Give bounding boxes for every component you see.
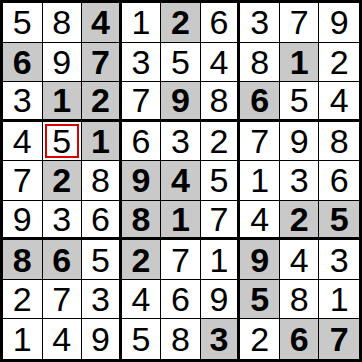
cell-r8c2[interactable]: 7 (43, 280, 83, 320)
digit-r8c7: 5 (250, 282, 269, 316)
digit-r1c3: 4 (91, 5, 110, 39)
digit-r1c4: 1 (131, 5, 150, 39)
digit-r2c5: 5 (171, 45, 190, 79)
cell-r1c2[interactable]: 8 (43, 3, 83, 43)
digit-r5c7: 1 (250, 163, 269, 197)
digit-r2c3: 7 (91, 45, 110, 79)
cell-r5c9[interactable]: 6 (319, 161, 359, 201)
cell-r3c4[interactable]: 7 (122, 82, 162, 122)
digit-r4c9: 8 (330, 124, 349, 158)
sudoku-board: 5841263796973548123127986544516327987289… (0, 0, 362, 362)
digit-r8c4: 4 (131, 282, 150, 316)
digit-r1c9: 9 (330, 5, 349, 39)
digit-r2c7: 8 (250, 45, 269, 79)
digit-r1c2: 8 (52, 5, 71, 39)
cell-r8c6[interactable]: 9 (201, 280, 241, 320)
digit-r7c6: 1 (210, 243, 229, 277)
cell-r3c1[interactable]: 3 (3, 82, 43, 122)
cell-r3c9[interactable]: 4 (319, 82, 359, 122)
cell-r9c6[interactable]: 3 (201, 319, 241, 359)
cell-r9c3[interactable]: 9 (82, 319, 122, 359)
cell-r7c8[interactable]: 4 (280, 240, 320, 280)
digit-r3c4: 7 (131, 83, 150, 117)
digit-r7c5: 7 (171, 243, 190, 277)
cell-r3c3[interactable]: 2 (82, 82, 122, 122)
digit-r4c7: 7 (250, 124, 269, 158)
cell-r2c3[interactable]: 7 (82, 43, 122, 83)
digit-r3c1: 3 (13, 83, 32, 117)
digit-r8c2: 7 (52, 282, 71, 316)
cell-r2c4[interactable]: 3 (122, 43, 162, 83)
cell-r9c9[interactable]: 7 (319, 319, 359, 359)
cell-r2c9[interactable]: 2 (319, 43, 359, 83)
cell-r3c7[interactable]: 6 (240, 82, 280, 122)
digit-r4c2: 5 (52, 124, 71, 158)
cell-r4c4[interactable]: 6 (122, 122, 162, 162)
cell-r5c8[interactable]: 3 (280, 161, 320, 201)
digit-r4c6: 2 (210, 124, 229, 158)
cell-r9c8[interactable]: 6 (280, 319, 320, 359)
cell-r4c3[interactable]: 1 (82, 122, 122, 162)
cell-r1c8[interactable]: 7 (280, 3, 320, 43)
digit-r7c3: 5 (91, 243, 110, 277)
digit-r9c2: 4 (52, 322, 71, 356)
digit-r3c2: 1 (52, 83, 71, 117)
cell-r3c5[interactable]: 9 (161, 82, 201, 122)
digit-r5c8: 3 (290, 163, 309, 197)
cell-r2c6[interactable]: 4 (201, 43, 241, 83)
digit-r8c1: 2 (13, 282, 32, 316)
cell-r7c3[interactable]: 5 (82, 240, 122, 280)
cell-r4c5[interactable]: 3 (161, 122, 201, 162)
cell-r1c9[interactable]: 9 (319, 3, 359, 43)
cell-r1c3[interactable]: 4 (82, 3, 122, 43)
cell-r9c4[interactable]: 5 (122, 319, 162, 359)
digit-r2c1: 6 (13, 45, 32, 79)
cell-r5c4[interactable]: 9 (122, 161, 162, 201)
digit-r6c2: 3 (52, 202, 71, 236)
cell-r2c2[interactable]: 9 (43, 43, 83, 83)
digit-r1c6: 6 (210, 5, 229, 39)
digit-r9c9: 7 (330, 322, 349, 356)
cell-r3c6[interactable]: 8 (201, 82, 241, 122)
digit-r9c8: 6 (290, 322, 309, 356)
cell-r2c1[interactable]: 6 (3, 43, 43, 83)
cell-r4c2[interactable]: 5 (43, 122, 83, 162)
digit-r7c8: 4 (290, 243, 309, 277)
digit-r4c3: 1 (91, 124, 110, 158)
digit-r2c8: 1 (290, 45, 309, 79)
digit-r8c5: 6 (171, 282, 190, 316)
cell-r1c1[interactable]: 5 (3, 3, 43, 43)
digit-r3c5: 9 (171, 83, 190, 117)
cell-r6c8[interactable]: 2 (280, 201, 320, 241)
digit-r5c4: 9 (131, 163, 150, 197)
cell-r7c6[interactable]: 1 (201, 240, 241, 280)
digit-r6c5: 1 (171, 202, 190, 236)
digit-r6c1: 9 (13, 202, 32, 236)
cell-r5c5[interactable]: 4 (161, 161, 201, 201)
cell-r6c6[interactable]: 7 (201, 201, 241, 241)
cell-r5c6[interactable]: 5 (201, 161, 241, 201)
cell-r8c4[interactable]: 4 (122, 280, 162, 320)
cell-r6c2[interactable]: 3 (43, 201, 83, 241)
cell-r4c1[interactable]: 4 (3, 122, 43, 162)
cell-r4c6[interactable]: 2 (201, 122, 241, 162)
cell-r8c8[interactable]: 8 (280, 280, 320, 320)
cell-r1c4[interactable]: 1 (122, 3, 162, 43)
digit-r1c1: 5 (13, 5, 32, 39)
digit-r2c2: 9 (52, 45, 71, 79)
digit-r2c4: 3 (131, 45, 150, 79)
cell-r2c7[interactable]: 8 (240, 43, 280, 83)
digit-r7c2: 6 (52, 243, 71, 277)
cell-r7c7[interactable]: 9 (240, 240, 280, 280)
cell-r4c8[interactable]: 9 (280, 122, 320, 162)
digit-r7c1: 8 (13, 243, 32, 277)
digit-r6c8: 2 (290, 202, 309, 236)
cell-r9c1[interactable]: 1 (3, 319, 43, 359)
digit-r9c7: 2 (250, 322, 269, 356)
cell-r6c7[interactable]: 4 (240, 201, 280, 241)
digit-r7c7: 9 (250, 243, 269, 277)
digit-r9c3: 9 (91, 322, 110, 356)
digit-r5c3: 8 (91, 163, 110, 197)
cell-r6c4[interactable]: 8 (122, 201, 162, 241)
cell-r6c9[interactable]: 5 (319, 201, 359, 241)
cell-r9c5[interactable]: 8 (161, 319, 201, 359)
digit-r3c7: 6 (250, 83, 269, 117)
digit-r5c2: 2 (52, 163, 71, 197)
digit-r9c4: 5 (131, 322, 150, 356)
cell-r9c2[interactable]: 4 (43, 319, 83, 359)
digit-r1c5: 2 (171, 5, 190, 39)
cell-r2c5[interactable]: 5 (161, 43, 201, 83)
digit-r4c4: 6 (131, 124, 150, 158)
digit-r4c8: 9 (290, 124, 309, 158)
cell-r8c7[interactable]: 5 (240, 280, 280, 320)
cell-r3c2[interactable]: 1 (43, 82, 83, 122)
cell-r8c5[interactable]: 6 (161, 280, 201, 320)
cell-r8c1[interactable]: 2 (3, 280, 43, 320)
cell-r1c5[interactable]: 2 (161, 3, 201, 43)
digit-r7c4: 2 (131, 243, 150, 277)
digit-r8c3: 3 (91, 282, 110, 316)
cell-r5c7[interactable]: 1 (240, 161, 280, 201)
digit-r5c9: 6 (330, 163, 349, 197)
cell-r5c3[interactable]: 8 (82, 161, 122, 201)
digit-r3c3: 2 (91, 83, 110, 117)
cell-r5c2[interactable]: 2 (43, 161, 83, 201)
digit-r2c9: 2 (330, 45, 349, 79)
digit-r5c1: 7 (13, 163, 32, 197)
digit-r3c8: 5 (290, 83, 309, 117)
digit-r6c6: 7 (210, 202, 229, 236)
digit-r8c6: 9 (210, 282, 229, 316)
cell-r7c1[interactable]: 8 (3, 240, 43, 280)
cell-r4c9[interactable]: 8 (319, 122, 359, 162)
cell-r7c2[interactable]: 6 (43, 240, 83, 280)
digit-r3c9: 4 (330, 83, 349, 117)
cell-r3c8[interactable]: 5 (280, 82, 320, 122)
cell-r2c8[interactable]: 1 (280, 43, 320, 83)
cell-r1c6[interactable]: 6 (201, 3, 241, 43)
cell-r7c4[interactable]: 2 (122, 240, 162, 280)
digit-r7c9: 3 (330, 243, 349, 277)
digit-r3c6: 8 (210, 83, 229, 117)
digit-r6c4: 8 (131, 202, 150, 236)
digit-r2c6: 4 (210, 45, 229, 79)
digit-r4c1: 4 (13, 124, 32, 158)
digit-r9c6: 3 (210, 322, 229, 356)
digit-r9c5: 8 (171, 322, 190, 356)
cell-r7c5[interactable]: 7 (161, 240, 201, 280)
cell-r9c7[interactable]: 2 (240, 319, 280, 359)
digit-r1c7: 3 (250, 5, 269, 39)
digit-r8c9: 1 (330, 282, 349, 316)
digit-r6c3: 6 (91, 202, 110, 236)
digit-r1c8: 7 (290, 5, 309, 39)
cell-r4c7[interactable]: 7 (240, 122, 280, 162)
digit-r5c6: 5 (210, 163, 229, 197)
digit-r6c9: 5 (330, 202, 349, 236)
cell-r6c1[interactable]: 9 (3, 201, 43, 241)
cell-r6c3[interactable]: 6 (82, 201, 122, 241)
digit-r6c7: 4 (250, 202, 269, 236)
cell-r8c3[interactable]: 3 (82, 280, 122, 320)
digit-r8c8: 8 (290, 282, 309, 316)
cell-r7c9[interactable]: 3 (319, 240, 359, 280)
digit-r5c5: 4 (171, 163, 190, 197)
digit-r9c1: 1 (13, 322, 32, 356)
digit-r4c5: 3 (171, 124, 190, 158)
cell-r8c9[interactable]: 1 (319, 280, 359, 320)
cell-r1c7[interactable]: 3 (240, 3, 280, 43)
cell-r5c1[interactable]: 7 (3, 161, 43, 201)
cell-r6c5[interactable]: 1 (161, 201, 201, 241)
